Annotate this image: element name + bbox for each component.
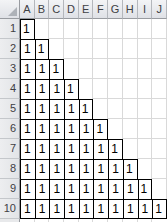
cell-H6[interactable]: [123, 119, 138, 139]
cell-G7[interactable]: 1: [108, 139, 123, 159]
cell-B1[interactable]: [35, 19, 50, 39]
cell-B10[interactable]: 1: [35, 199, 50, 219]
row-header-6[interactable]: 6: [0, 119, 20, 139]
cell-J10[interactable]: 1: [152, 199, 167, 219]
cell-I10[interactable]: 1: [138, 199, 153, 219]
cell-C2[interactable]: [49, 39, 64, 59]
cell-D3[interactable]: [64, 59, 79, 79]
row-header-5[interactable]: 5: [0, 99, 20, 119]
cell-E2[interactable]: [79, 39, 94, 59]
cell-I1[interactable]: [138, 19, 153, 39]
cell-H3[interactable]: [123, 59, 138, 79]
column-header-F[interactable]: F: [93, 0, 108, 19]
partial-row-cell: [123, 219, 138, 222]
row-header-2[interactable]: 2: [0, 39, 20, 59]
cell-J7[interactable]: [152, 139, 167, 159]
cell-C9[interactable]: 1: [49, 179, 64, 199]
cell-I5[interactable]: [138, 99, 153, 119]
cell-F9[interactable]: 1: [93, 179, 108, 199]
partial-row-cell: [79, 219, 94, 222]
cell-A8[interactable]: 1: [20, 159, 35, 179]
row-header-10[interactable]: 10: [0, 199, 20, 219]
cell-E1[interactable]: [79, 19, 94, 39]
cell-D1[interactable]: [64, 19, 79, 39]
select-all-corner[interactable]: [0, 0, 20, 19]
cell-C3[interactable]: 1: [49, 59, 64, 79]
cell-C7[interactable]: 1: [49, 139, 64, 159]
cell-H10[interactable]: 1: [123, 199, 138, 219]
cell-D8[interactable]: 1: [64, 159, 79, 179]
partial-row-cell: [20, 219, 35, 222]
row-header-4[interactable]: 4: [0, 79, 20, 99]
cell-J3[interactable]: [152, 59, 167, 79]
cell-A9[interactable]: 1: [20, 179, 35, 199]
cell-F8[interactable]: 1: [93, 159, 108, 179]
cell-J9[interactable]: [152, 179, 167, 199]
cell-A1[interactable]: 1: [20, 19, 35, 39]
partial-row-cell: [93, 219, 108, 222]
column-header-H[interactable]: H: [123, 0, 138, 19]
cell-E5[interactable]: 1: [79, 99, 94, 119]
partial-row-cell: [152, 219, 167, 222]
cell-J6[interactable]: [152, 119, 167, 139]
cell-D6[interactable]: 1: [64, 119, 79, 139]
column-header-G[interactable]: G: [108, 0, 123, 19]
partial-row-cell: [35, 219, 50, 222]
cell-J2[interactable]: [152, 39, 167, 59]
cell-F3[interactable]: [93, 59, 108, 79]
cell-J4[interactable]: [152, 79, 167, 99]
cell-D10[interactable]: 1: [64, 199, 79, 219]
cell-H8[interactable]: 1: [123, 159, 138, 179]
cell-H5[interactable]: [123, 99, 138, 119]
cell-J1[interactable]: [152, 19, 167, 39]
cell-A6[interactable]: 1: [20, 119, 35, 139]
cell-F7[interactable]: 1: [93, 139, 108, 159]
cell-B8[interactable]: 1: [35, 159, 50, 179]
cell-F5[interactable]: [93, 99, 108, 119]
cell-E9[interactable]: 1: [79, 179, 94, 199]
cell-G10[interactable]: 1: [108, 199, 123, 219]
cell-G3[interactable]: [108, 59, 123, 79]
cell-E3[interactable]: [79, 59, 94, 79]
cell-D2[interactable]: [64, 39, 79, 59]
cell-G9[interactable]: 1: [108, 179, 123, 199]
cell-H2[interactable]: [123, 39, 138, 59]
cell-I8[interactable]: [138, 159, 153, 179]
cell-B5[interactable]: 1: [35, 99, 50, 119]
cell-D5[interactable]: 1: [64, 99, 79, 119]
column-header-D[interactable]: D: [64, 0, 79, 19]
cell-I6[interactable]: [138, 119, 153, 139]
cell-D7[interactable]: 1: [64, 139, 79, 159]
row-header-9[interactable]: 9: [0, 179, 20, 199]
cell-F10[interactable]: 1: [93, 199, 108, 219]
cell-C1[interactable]: [49, 19, 64, 39]
cell-H4[interactable]: [123, 79, 138, 99]
cell-A3[interactable]: 1: [20, 59, 35, 79]
column-header-I[interactable]: I: [138, 0, 153, 19]
partial-row-cell: [49, 219, 64, 222]
cell-F2[interactable]: [93, 39, 108, 59]
cell-I3[interactable]: [138, 59, 153, 79]
cell-I9[interactable]: 1: [138, 179, 153, 199]
cell-I4[interactable]: [138, 79, 153, 99]
cell-B2[interactable]: 1: [35, 39, 50, 59]
cell-H9[interactable]: 1: [123, 179, 138, 199]
cell-E8[interactable]: 1: [79, 159, 94, 179]
cell-A4[interactable]: 1: [20, 79, 35, 99]
cell-B3[interactable]: 1: [35, 59, 50, 79]
cell-B6[interactable]: 1: [35, 119, 50, 139]
cell-A5[interactable]: 1: [20, 99, 35, 119]
cell-E6[interactable]: 1: [79, 119, 94, 139]
cell-G4[interactable]: [108, 79, 123, 99]
cell-C4[interactable]: 1: [49, 79, 64, 99]
cell-B4[interactable]: 1: [35, 79, 50, 99]
column-header-C[interactable]: C: [49, 0, 64, 19]
column-header-B[interactable]: B: [35, 0, 50, 19]
cell-G2[interactable]: [108, 39, 123, 59]
cell-C8[interactable]: 1: [49, 159, 64, 179]
cell-B9[interactable]: 1: [35, 179, 50, 199]
cell-D4[interactable]: 1: [64, 79, 79, 99]
cell-J8[interactable]: [152, 159, 167, 179]
cell-G5[interactable]: [108, 99, 123, 119]
partial-row-cell: [138, 219, 153, 222]
cell-F1[interactable]: [93, 19, 108, 39]
row-header-1[interactable]: 1: [0, 19, 20, 39]
cell-F4[interactable]: [93, 79, 108, 99]
row-header-7[interactable]: 7: [0, 139, 20, 159]
cell-D9[interactable]: 1: [64, 179, 79, 199]
cell-E4[interactable]: [79, 79, 94, 99]
cell-C5[interactable]: 1: [49, 99, 64, 119]
spreadsheet-grid: ABCDEFGHIJ112113111411115111116111111711…: [0, 0, 167, 222]
partial-row-cell: [64, 219, 79, 222]
cell-C6[interactable]: 1: [49, 119, 64, 139]
cell-J5[interactable]: [152, 99, 167, 119]
cell-A2[interactable]: 1: [20, 39, 35, 59]
column-header-J[interactable]: J: [152, 0, 167, 19]
cell-H7[interactable]: [123, 139, 138, 159]
select-all-triangle-icon: [8, 7, 17, 16]
cell-A10[interactable]: 1: [20, 199, 35, 219]
cell-E10[interactable]: 1: [79, 199, 94, 219]
row-header-3[interactable]: 3: [0, 59, 20, 79]
row-header-8[interactable]: 8: [0, 159, 20, 179]
cell-B7[interactable]: 1: [35, 139, 50, 159]
cell-A7[interactable]: 1: [20, 139, 35, 159]
cell-I2[interactable]: [138, 39, 153, 59]
cell-C10[interactable]: 1: [49, 199, 64, 219]
cell-G6[interactable]: [108, 119, 123, 139]
cell-H1[interactable]: [123, 19, 138, 39]
cell-G1[interactable]: [108, 19, 123, 39]
column-header-A[interactable]: A: [20, 0, 35, 19]
cell-F6[interactable]: 1: [93, 119, 108, 139]
column-header-E[interactable]: E: [79, 0, 94, 19]
cell-I7[interactable]: [138, 139, 153, 159]
cell-G8[interactable]: 1: [108, 159, 123, 179]
partial-row-cell: [108, 219, 123, 222]
partial-row-header: [0, 219, 20, 222]
cell-E7[interactable]: 1: [79, 139, 94, 159]
